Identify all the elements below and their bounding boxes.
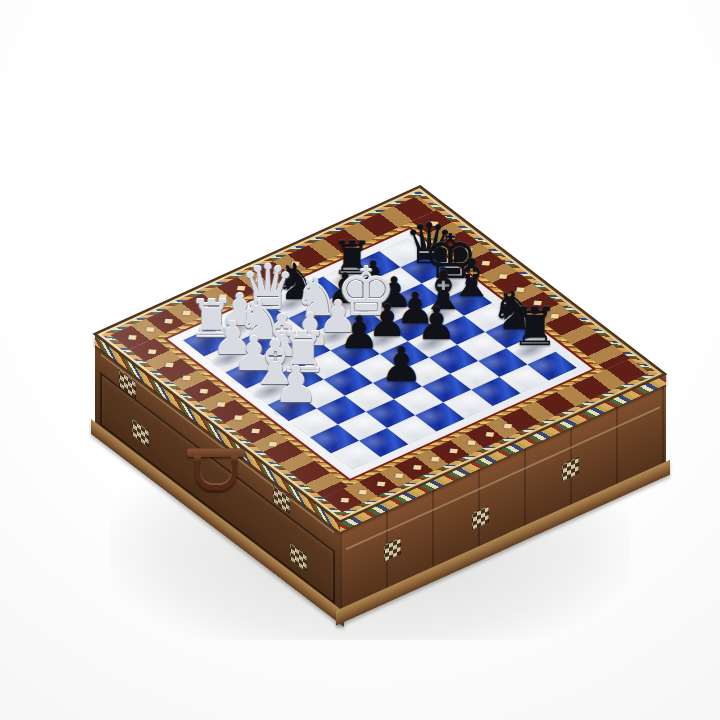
handle-bail (195, 461, 237, 490)
marquetry-inlay (384, 537, 401, 562)
marquetry-inlay (132, 418, 149, 448)
chess-set-photo: ◆◆◆◆◆◆◆◆◆◆ ◆◆◆◆◆◆◆◆◆◆ ◆◆◆◆◆◆◆◆ ◆◆◆◆◆◆◆◆ … (0, 0, 720, 720)
marquetry-inlay (290, 543, 307, 573)
marquetry-inlay (562, 457, 579, 482)
marquetry-inlay (472, 506, 489, 531)
drawer-handle[interactable] (187, 448, 245, 488)
